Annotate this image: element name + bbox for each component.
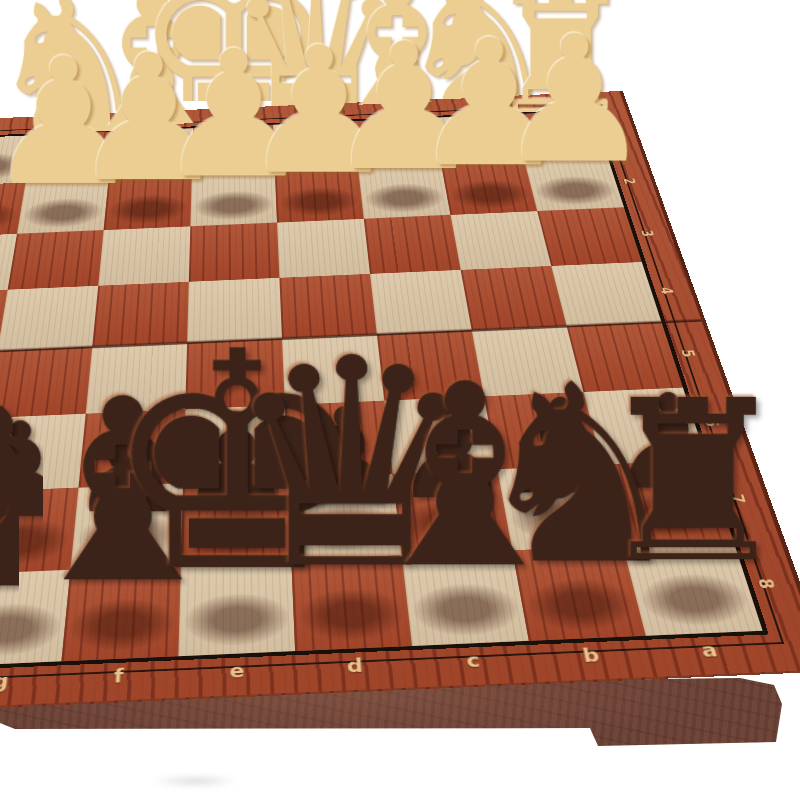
piece-white-pawn-a2: ♟ — [496, 13, 653, 188]
square-d3 — [277, 219, 370, 278]
square-c3 — [364, 215, 461, 274]
square-a4 — [551, 262, 661, 326]
rank-label-3: 3 — [636, 226, 658, 239]
rank-label-1: 1 — [603, 127, 623, 138]
square-a8: ♜ — [623, 541, 763, 636]
piece-black-rook-a8: ♜ — [593, 372, 792, 594]
square-g3 — [8, 230, 104, 290]
square-e3 — [189, 222, 280, 281]
square-a2: ♟ — [524, 157, 624, 211]
square-a3 — [537, 207, 642, 266]
rank-label-4: 4 — [654, 283, 677, 298]
floor-shadow — [150, 776, 240, 786]
square-f3 — [98, 226, 190, 286]
chess-board: ♜♞♝♚♛♝♞♜♟♟♟♟♟♟♟♟♟♟♟♟♟♟♟♟♜♞♝♚♛♝♞♜ hgfedcb… — [0, 91, 800, 718]
board-grid: ♜♞♝♚♛♝♞♜♟♟♟♟♟♟♟♟♟♟♟♟♟♟♟♟♜♞♝♚♛♝♞♜ — [0, 109, 769, 676]
chess-set-photo: ♜♞♝♚♛♝♞♜♟♟♟♟♟♟♟♟♟♟♟♟♟♟♟♟♜♞♝♚♛♝♞♜ hgfedcb… — [0, 0, 800, 800]
square-g4 — [0, 286, 98, 351]
rank-label-2: 2 — [618, 175, 639, 187]
square-b3 — [450, 211, 551, 270]
